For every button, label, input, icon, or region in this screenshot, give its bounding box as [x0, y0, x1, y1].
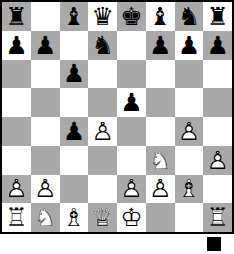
square-c5[interactable] — [60, 88, 89, 117]
square-d7[interactable]: ♞ — [88, 31, 117, 60]
square-d1[interactable]: ♛♕ — [88, 203, 117, 232]
black-pawn: ♟ — [149, 33, 171, 58]
white-king: ♚♔ — [117, 203, 146, 232]
square-f2[interactable]: ♟♙ — [146, 175, 175, 204]
square-e3[interactable] — [117, 146, 146, 175]
black-pawn: ♟ — [120, 90, 142, 115]
square-b7[interactable]: ♟ — [31, 31, 60, 60]
square-d6[interactable] — [88, 60, 117, 89]
square-c4[interactable]: ♟ — [60, 117, 89, 146]
white-bishop: ♝♗ — [60, 203, 89, 232]
square-h7[interactable]: ♟ — [203, 31, 232, 60]
black-queen: ♛ — [91, 4, 113, 29]
black-knight: ♞ — [178, 4, 200, 29]
square-b4[interactable] — [31, 117, 60, 146]
square-b6[interactable] — [31, 60, 60, 89]
black-pawn: ♟ — [178, 33, 200, 58]
square-e2[interactable]: ♟♙ — [117, 175, 146, 204]
square-f6[interactable] — [146, 60, 175, 89]
square-g5[interactable] — [175, 88, 204, 117]
white-rook: ♜♖ — [203, 203, 232, 232]
square-b2[interactable]: ♟♙ — [31, 175, 60, 204]
square-a5[interactable] — [2, 88, 31, 117]
square-a1[interactable]: ♜♖ — [2, 203, 31, 232]
square-b5[interactable] — [31, 88, 60, 117]
black-rook: ♜ — [5, 4, 27, 29]
square-f7[interactable]: ♟ — [146, 31, 175, 60]
square-g3[interactable] — [175, 146, 204, 175]
square-c1[interactable]: ♝♗ — [60, 203, 89, 232]
black-king: ♚ — [120, 4, 142, 29]
square-h1[interactable]: ♜♖ — [203, 203, 232, 232]
black-rook: ♜ — [206, 4, 228, 29]
white-queen: ♛♕ — [88, 203, 117, 232]
white-pawn: ♟♙ — [203, 146, 232, 175]
white-pawn: ♟♙ — [2, 175, 31, 204]
square-a6[interactable] — [2, 60, 31, 89]
square-a8[interactable]: ♜ — [2, 2, 31, 31]
white-rook: ♜♖ — [2, 203, 31, 232]
black-knight: ♞ — [91, 33, 113, 58]
square-c2[interactable] — [60, 175, 89, 204]
side-to-move-indicator — [207, 237, 221, 251]
white-pawn: ♟♙ — [88, 117, 117, 146]
black-bishop: ♝ — [63, 4, 85, 29]
square-e4[interactable] — [117, 117, 146, 146]
square-b3[interactable] — [31, 146, 60, 175]
square-e8[interactable]: ♚ — [117, 2, 146, 31]
square-g1[interactable] — [175, 203, 204, 232]
square-g8[interactable]: ♞ — [175, 2, 204, 31]
square-f3[interactable]: ♞♘ — [146, 146, 175, 175]
square-h3[interactable]: ♟♙ — [203, 146, 232, 175]
square-h5[interactable] — [203, 88, 232, 117]
square-f8[interactable]: ♝ — [146, 2, 175, 31]
black-pawn: ♟ — [5, 33, 27, 58]
square-d5[interactable] — [88, 88, 117, 117]
square-b8[interactable] — [31, 2, 60, 31]
square-g4[interactable]: ♟♙ — [175, 117, 204, 146]
chess-board: ♜♝♛♚♝♞♜♟♟♞♟♟♟♟♟♟♟♙♟♙♞♘♟♙♟♙♟♙♟♙♟♙♝♗♜♖♞♘♝♗… — [0, 0, 234, 234]
square-f1[interactable] — [146, 203, 175, 232]
white-bishop: ♝♗ — [175, 175, 204, 204]
white-knight: ♞♘ — [31, 203, 60, 232]
black-pawn: ♟ — [63, 119, 85, 144]
square-a3[interactable] — [2, 146, 31, 175]
square-d3[interactable] — [88, 146, 117, 175]
square-c3[interactable] — [60, 146, 89, 175]
black-pawn: ♟ — [63, 61, 85, 86]
square-e7[interactable] — [117, 31, 146, 60]
black-pawn: ♟ — [206, 33, 228, 58]
square-g7[interactable]: ♟ — [175, 31, 204, 60]
white-pawn: ♟♙ — [31, 175, 60, 204]
square-f4[interactable] — [146, 117, 175, 146]
square-d2[interactable] — [88, 175, 117, 204]
black-pawn: ♟ — [34, 33, 56, 58]
square-g2[interactable]: ♝♗ — [175, 175, 204, 204]
square-c6[interactable]: ♟ — [60, 60, 89, 89]
square-b1[interactable]: ♞♘ — [31, 203, 60, 232]
square-h4[interactable] — [203, 117, 232, 146]
square-c8[interactable]: ♝ — [60, 2, 89, 31]
square-d8[interactable]: ♛ — [88, 2, 117, 31]
square-a4[interactable] — [2, 117, 31, 146]
square-d4[interactable]: ♟♙ — [88, 117, 117, 146]
chess-diagram-page: ♜♝♛♚♝♞♜♟♟♞♟♟♟♟♟♟♟♙♟♙♞♘♟♙♟♙♟♙♟♙♟♙♝♗♜♖♞♘♝♗… — [0, 0, 234, 254]
square-h8[interactable]: ♜ — [203, 2, 232, 31]
square-a7[interactable]: ♟ — [2, 31, 31, 60]
square-h6[interactable] — [203, 60, 232, 89]
square-g6[interactable] — [175, 60, 204, 89]
square-c7[interactable] — [60, 31, 89, 60]
black-bishop: ♝ — [149, 4, 171, 29]
white-pawn: ♟♙ — [175, 117, 204, 146]
square-h2[interactable] — [203, 175, 232, 204]
square-f5[interactable] — [146, 88, 175, 117]
white-pawn: ♟♙ — [117, 175, 146, 204]
square-e6[interactable] — [117, 60, 146, 89]
square-e1[interactable]: ♚♔ — [117, 203, 146, 232]
white-pawn: ♟♙ — [146, 175, 175, 204]
white-knight: ♞♘ — [146, 146, 175, 175]
square-e5[interactable]: ♟ — [117, 88, 146, 117]
square-a2[interactable]: ♟♙ — [2, 175, 31, 204]
